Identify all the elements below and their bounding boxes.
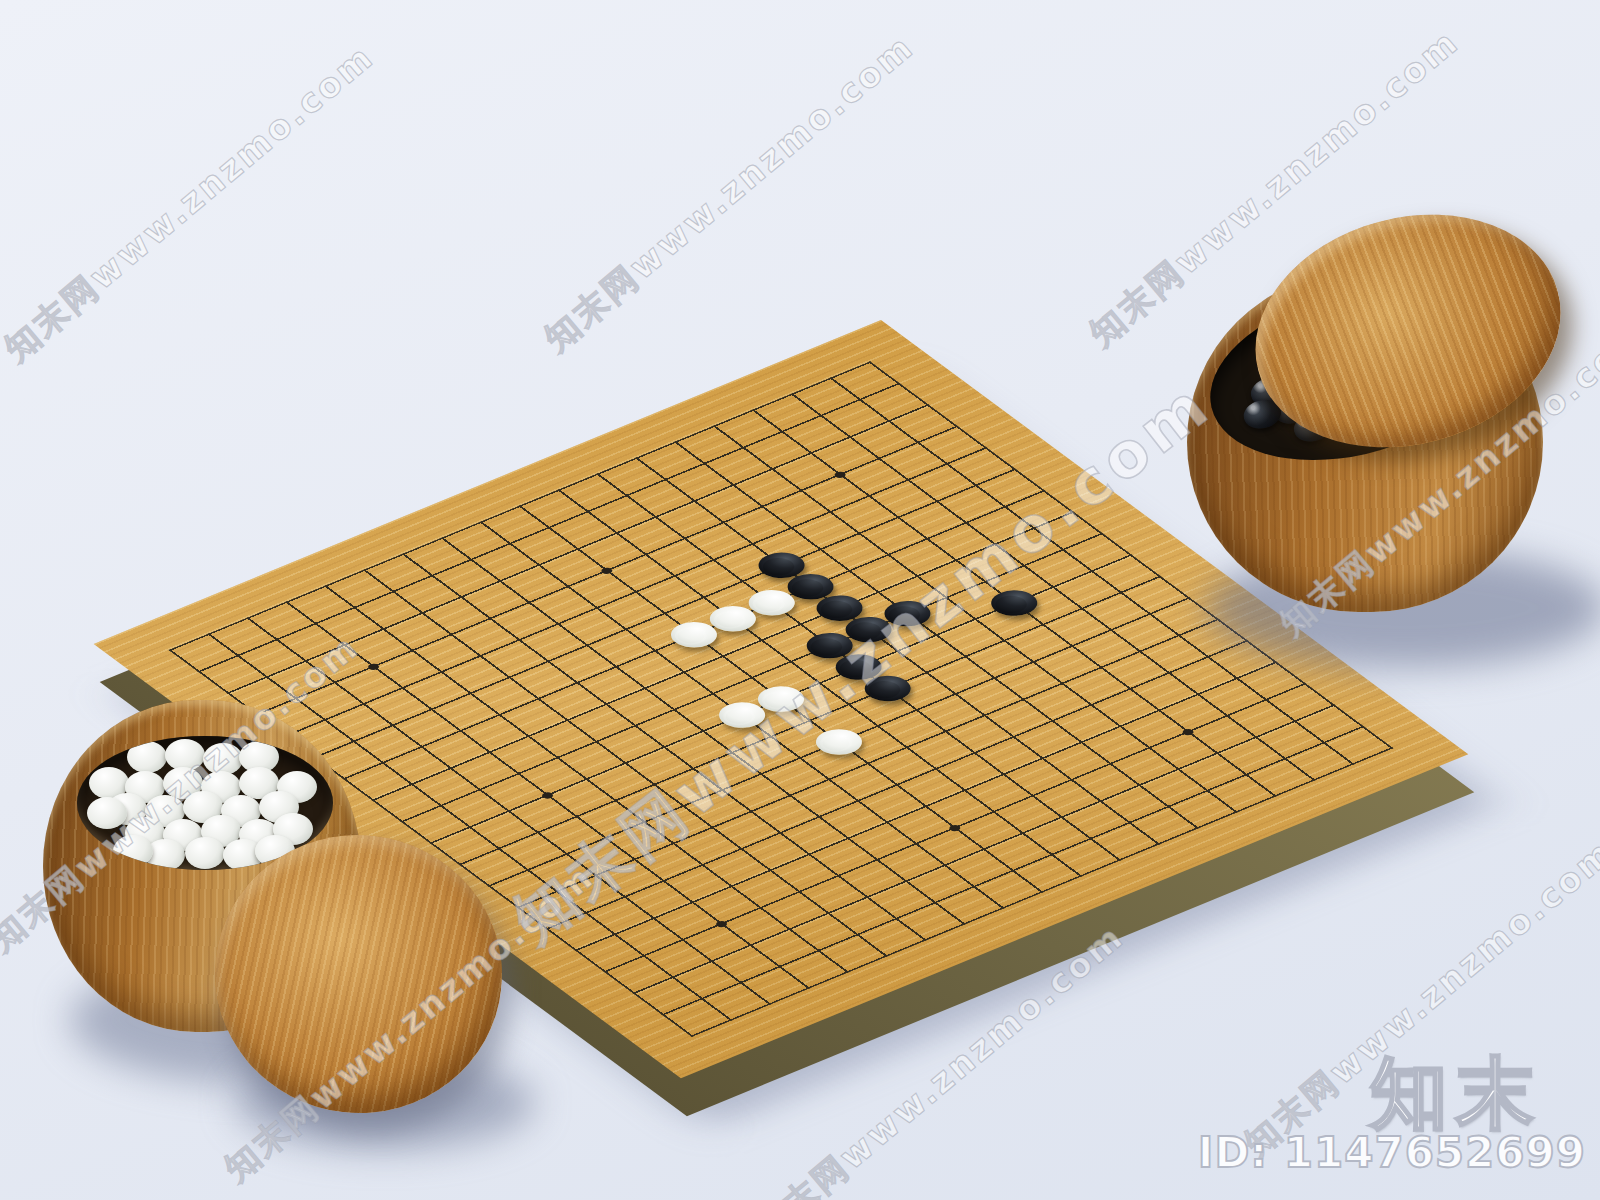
- asset-id-label: ID: 1147652699: [1198, 1128, 1586, 1177]
- watermark-tile: 知末网www.znzmo.com: [535, 25, 924, 362]
- white-stone-in-bowl: [185, 837, 225, 869]
- go-set-render-scene: ●●●●●●●●●○○○○○○ 知末网www.znzmo.com 知末网www.…: [0, 0, 1600, 1200]
- watermark-tile: 知末网www.znzmo.com: [0, 35, 384, 372]
